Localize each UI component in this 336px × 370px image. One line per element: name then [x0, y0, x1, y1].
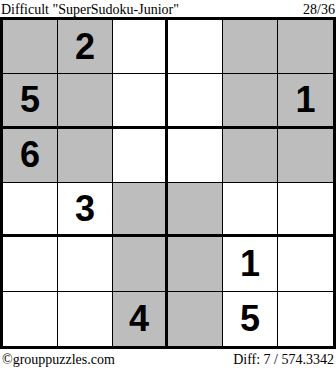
cell-r3c2[interactable]	[58, 129, 113, 183]
cell-r6c5: 5	[223, 292, 278, 346]
cell-r2c1: 5	[3, 74, 58, 128]
cell-r1c3[interactable]	[113, 20, 168, 74]
cell-r3c4[interactable]	[168, 129, 223, 183]
cell-r4c1[interactable]	[3, 183, 58, 237]
cell-r4c5[interactable]	[223, 183, 278, 237]
cell-r4c3[interactable]	[113, 183, 168, 237]
cell-r2c3[interactable]	[113, 74, 168, 128]
puzzle-page: Difficult "SuperSudoku-Junior" 28/36 251…	[0, 0, 336, 370]
cell-r6c6[interactable]	[278, 292, 333, 346]
cell-r5c5: 1	[223, 237, 278, 291]
cell-r4c6[interactable]	[278, 183, 333, 237]
cell-r4c4[interactable]	[168, 183, 223, 237]
cell-r5c4[interactable]	[168, 237, 223, 291]
cell-r5c6[interactable]	[278, 237, 333, 291]
cell-r6c1[interactable]	[3, 292, 58, 346]
cell-r2c2[interactable]	[58, 74, 113, 128]
footer: ©grouppuzzles.com Diff: 7 / 574.3342	[0, 349, 336, 370]
cell-r3c1: 6	[3, 129, 58, 183]
cell-r1c5[interactable]	[223, 20, 278, 74]
cell-r6c4[interactable]	[168, 292, 223, 346]
cell-r4c2: 3	[58, 183, 113, 237]
cell-r1c4[interactable]	[168, 20, 223, 74]
puzzle-title: Difficult "SuperSudoku-Junior"	[1, 2, 179, 17]
cell-r6c2[interactable]	[58, 292, 113, 346]
cell-r6c3: 4	[113, 292, 168, 346]
cell-r3c5[interactable]	[223, 129, 278, 183]
cell-r3c6[interactable]	[278, 129, 333, 183]
cell-r1c2: 2	[58, 20, 113, 74]
cell-r5c1[interactable]	[3, 237, 58, 291]
cell-r3c3[interactable]	[113, 129, 168, 183]
cell-r1c6[interactable]	[278, 20, 333, 74]
cell-r5c3[interactable]	[113, 237, 168, 291]
header: Difficult "SuperSudoku-Junior" 28/36	[0, 0, 336, 17]
cell-r2c5[interactable]	[223, 74, 278, 128]
cell-r1c1[interactable]	[3, 20, 58, 74]
puzzle-progress-counter: 28/36	[303, 2, 335, 17]
copyright-text: ©grouppuzzles.com	[2, 352, 115, 368]
cell-r2c6: 1	[278, 74, 333, 128]
cell-r5c2[interactable]	[58, 237, 113, 291]
sudoku-board: 25163145	[0, 17, 336, 349]
difficulty-text: Diff: 7 / 574.3342	[233, 352, 334, 368]
cell-r2c4[interactable]	[168, 74, 223, 128]
